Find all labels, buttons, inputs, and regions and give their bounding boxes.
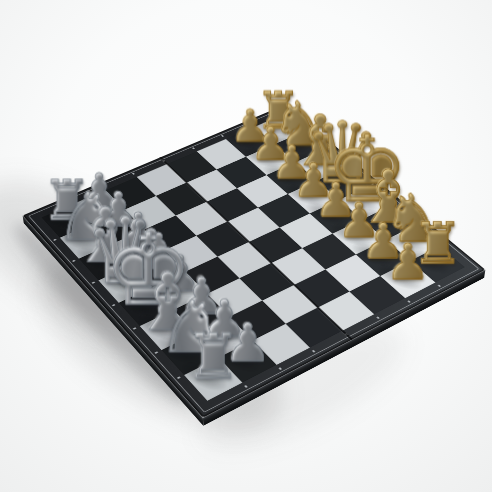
frame-rivet <box>278 367 282 370</box>
frame-rivet <box>244 385 248 388</box>
frame-rivet <box>437 284 441 286</box>
piece-silver-rook-h1[interactable]: ♜ <box>169 326 258 388</box>
scene-3d: ♜♟♞♟♝♟♛♟♚♟♟♜♝♟♟♞♞♟♟♝♜♟♟♛♟♚♟♝♟♞♟♜ <box>0 0 492 492</box>
frame-rivet <box>312 350 316 353</box>
piece-gold-pawn-h7[interactable]: ♟ <box>367 237 449 286</box>
frame-rivet <box>192 147 195 149</box>
chess-board: ♜♟♞♟♝♟♛♟♚♟♟♜♝♟♟♞♞♟♟♝♜♟♟♛♟♚♟♝♟♞♟♜ <box>23 105 486 418</box>
product-photo-stage: ♜♟♞♟♝♟♛♟♚♟♟♜♝♟♟♞♞♟♟♝♜♟♟♛♟♚♟♝♟♞♟♜ <box>0 0 492 492</box>
frame-rivet <box>376 316 380 319</box>
frame-rivet <box>407 300 411 303</box>
